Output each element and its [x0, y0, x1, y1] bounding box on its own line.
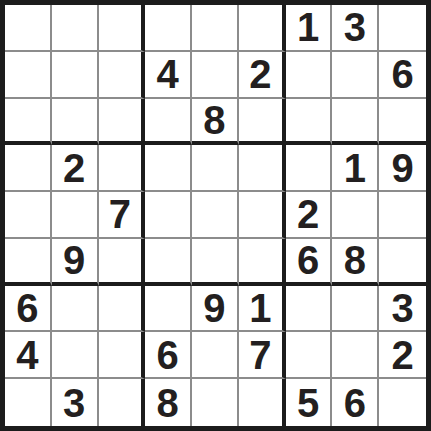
- cell-r3c3-empty[interactable]: [99, 99, 146, 146]
- cell-r9c8-given[interactable]: 6: [332, 379, 379, 426]
- cell-r5c5-empty[interactable]: [192, 192, 239, 239]
- cell-r5c7-given[interactable]: 2: [286, 192, 333, 239]
- cell-r2c5-empty[interactable]: [192, 52, 239, 99]
- cell-r3c8-empty[interactable]: [332, 99, 379, 146]
- cell-r9c9-empty[interactable]: [379, 379, 426, 426]
- cell-r2c2-empty[interactable]: [52, 52, 99, 99]
- cell-r9c1-empty[interactable]: [5, 379, 52, 426]
- cell-r3c4-empty[interactable]: [145, 99, 192, 146]
- cell-r5c6-empty[interactable]: [239, 192, 286, 239]
- cell-r2c8-empty[interactable]: [332, 52, 379, 99]
- cell-r1c3-empty[interactable]: [99, 5, 146, 52]
- cell-r3c7-empty[interactable]: [286, 99, 333, 146]
- cell-r8c6-given[interactable]: 7: [239, 332, 286, 379]
- sudoku-puzzle: 13426821972968691346723856: [0, 0, 431, 431]
- cell-r4c8-given[interactable]: 1: [332, 145, 379, 192]
- cell-r8c5-empty[interactable]: [192, 332, 239, 379]
- cell-r1c4-empty[interactable]: [145, 5, 192, 52]
- cell-r5c4-empty[interactable]: [145, 192, 192, 239]
- cell-r6c4-empty[interactable]: [145, 239, 192, 286]
- cell-r9c6-empty[interactable]: [239, 379, 286, 426]
- cell-r8c2-empty[interactable]: [52, 332, 99, 379]
- cell-r6c6-empty[interactable]: [239, 239, 286, 286]
- cell-r8c9-given[interactable]: 2: [379, 332, 426, 379]
- cell-r5c2-empty[interactable]: [52, 192, 99, 239]
- cell-r4c2-given[interactable]: 2: [52, 145, 99, 192]
- cell-r5c8-empty[interactable]: [332, 192, 379, 239]
- cell-r4c7-empty[interactable]: [286, 145, 333, 192]
- cell-r8c7-empty[interactable]: [286, 332, 333, 379]
- cell-r2c6-given[interactable]: 2: [239, 52, 286, 99]
- cell-r7c4-empty[interactable]: [145, 286, 192, 333]
- cell-r7c9-given[interactable]: 3: [379, 286, 426, 333]
- cell-r4c3-empty[interactable]: [99, 145, 146, 192]
- cell-r2c1-empty[interactable]: [5, 52, 52, 99]
- cell-r6c9-empty[interactable]: [379, 239, 426, 286]
- cell-r9c7-given[interactable]: 5: [286, 379, 333, 426]
- cell-r1c5-empty[interactable]: [192, 5, 239, 52]
- cell-r9c2-given[interactable]: 3: [52, 379, 99, 426]
- cell-r8c4-given[interactable]: 6: [145, 332, 192, 379]
- cell-r1c9-empty[interactable]: [379, 5, 426, 52]
- cell-r2c4-given[interactable]: 4: [145, 52, 192, 99]
- cell-r6c7-given[interactable]: 6: [286, 239, 333, 286]
- sudoku-board: 13426821972968691346723856: [0, 0, 431, 431]
- cell-r5c3-given[interactable]: 7: [99, 192, 146, 239]
- cell-r6c5-empty[interactable]: [192, 239, 239, 286]
- cell-r3c6-empty[interactable]: [239, 99, 286, 146]
- cell-r6c8-given[interactable]: 8: [332, 239, 379, 286]
- cell-r2c9-given[interactable]: 6: [379, 52, 426, 99]
- cell-r4c5-empty[interactable]: [192, 145, 239, 192]
- cell-r8c3-empty[interactable]: [99, 332, 146, 379]
- cell-r8c8-empty[interactable]: [332, 332, 379, 379]
- cell-r1c6-empty[interactable]: [239, 5, 286, 52]
- cell-r7c1-given[interactable]: 6: [5, 286, 52, 333]
- cell-r8c1-given[interactable]: 4: [5, 332, 52, 379]
- cell-r9c3-empty[interactable]: [99, 379, 146, 426]
- cell-r9c4-given[interactable]: 8: [145, 379, 192, 426]
- cell-r6c3-empty[interactable]: [99, 239, 146, 286]
- cell-r7c5-given[interactable]: 9: [192, 286, 239, 333]
- cell-r1c7-given[interactable]: 1: [286, 5, 333, 52]
- cell-r4c9-given[interactable]: 9: [379, 145, 426, 192]
- cell-r9c5-empty[interactable]: [192, 379, 239, 426]
- cell-r6c1-empty[interactable]: [5, 239, 52, 286]
- cell-r5c9-empty[interactable]: [379, 192, 426, 239]
- cell-r1c1-empty[interactable]: [5, 5, 52, 52]
- cell-r7c8-empty[interactable]: [332, 286, 379, 333]
- cell-r1c2-empty[interactable]: [52, 5, 99, 52]
- cell-r2c3-empty[interactable]: [99, 52, 146, 99]
- cell-r6c2-given[interactable]: 9: [52, 239, 99, 286]
- cell-r3c1-empty[interactable]: [5, 99, 52, 146]
- cell-r4c6-empty[interactable]: [239, 145, 286, 192]
- cell-r7c2-empty[interactable]: [52, 286, 99, 333]
- cell-r7c7-empty[interactable]: [286, 286, 333, 333]
- cell-r2c7-empty[interactable]: [286, 52, 333, 99]
- cell-r7c3-empty[interactable]: [99, 286, 146, 333]
- cell-r3c2-empty[interactable]: [52, 99, 99, 146]
- cell-r5c1-empty[interactable]: [5, 192, 52, 239]
- cell-r4c4-empty[interactable]: [145, 145, 192, 192]
- cell-r4c1-empty[interactable]: [5, 145, 52, 192]
- cell-r7c6-given[interactable]: 1: [239, 286, 286, 333]
- cell-r1c8-given[interactable]: 3: [332, 5, 379, 52]
- cell-r3c9-empty[interactable]: [379, 99, 426, 146]
- cell-r3c5-given[interactable]: 8: [192, 99, 239, 146]
